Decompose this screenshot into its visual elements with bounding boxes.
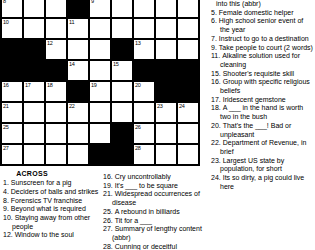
clue: 25. A rebound in billiards [103, 208, 211, 217]
cell-r1c5[interactable] [112, 19, 132, 38]
black-cell [178, 82, 198, 101]
crossword-board[interactable]: 8910111213141516171819202122232425262728 [0, 0, 200, 166]
clue-text: High school senior event of the year [219, 17, 303, 33]
clue-text: Tit for a ___ [115, 217, 152, 224]
clue-text: Its so dirty, a pig could live here [220, 174, 304, 190]
clue-text: Beyond what is required [11, 205, 86, 212]
cell-r2c8[interactable] [178, 40, 198, 59]
clue-number: 16. [103, 173, 113, 180]
clue-text: Alkaline solution used for cleaning [220, 52, 300, 68]
clue: 21. Widespread occurrences of disease [103, 190, 211, 207]
black-cell [68, 0, 88, 17]
cell-number: 18 [47, 82, 53, 88]
black-cell [156, 82, 176, 101]
clue-text: Forensics TV franchise [11, 197, 82, 204]
black-cell [2, 61, 22, 80]
clue: 9. Beyond what is required [3, 205, 102, 214]
clue: 9. Take people to court (2 words) [211, 44, 314, 53]
clue: 15. Shooter's requisite skill [211, 70, 314, 79]
clue-text: Female domestic helper [219, 9, 294, 16]
cell-number: 20 [135, 82, 141, 88]
clue: 28. Cunning or deceitful [103, 243, 211, 250]
cell-r7c8[interactable] [178, 145, 198, 164]
clue-text: Instruct to go to a destination [219, 35, 309, 42]
cell-r4c2[interactable]: 18 [46, 82, 66, 101]
cell-r7c0[interactable]: 27 [2, 145, 22, 164]
clue-number: 4. [3, 188, 9, 195]
cell-r6c8[interactable] [178, 124, 198, 143]
cell-r5c3[interactable]: 22 [68, 103, 88, 122]
clue-text: Summary of lengthy content (abbr) [112, 225, 202, 241]
cell-r1c3[interactable]: 11 [68, 19, 88, 38]
clue-number: 1. [3, 179, 9, 186]
clue-text: Deciders of balls and strikes [11, 188, 99, 195]
cell-r5c5[interactable] [112, 103, 132, 122]
clue-number: 28. [103, 243, 113, 250]
cell-number: 11 [69, 19, 74, 25]
cell-number: 8 [3, 0, 6, 4]
clue-number: 9. [3, 205, 9, 212]
clue-number: 20. [211, 122, 221, 129]
clue: 20. That's the ___! Bad or unpleasant [211, 122, 314, 139]
clue-text: Department of Revenue, in brief [220, 139, 306, 155]
black-cell [24, 61, 44, 80]
black-cell [112, 124, 132, 143]
cell-number: 15 [113, 61, 119, 67]
cell-r1c8[interactable] [178, 19, 198, 38]
clue-number: 9. [211, 44, 217, 51]
clue-text: That's the ___! Bad or unpleasant [220, 122, 291, 138]
clue-number: 8. [3, 197, 9, 204]
black-cell [112, 145, 132, 164]
clue: 18. A ___ in the hand is worth two in th… [211, 104, 314, 121]
cell-r0c6[interactable] [134, 0, 154, 17]
cell-number: 14 [69, 61, 75, 67]
cell-r5c7[interactable]: 23 [156, 103, 176, 122]
clue: 24. Its so dirty, a pig could live here [211, 174, 314, 191]
clue: 7. Instruct to go to a destination [211, 35, 314, 44]
black-cell [112, 40, 132, 59]
cell-r6c6[interactable]: 26 [134, 124, 154, 143]
clue: 27. Summary of lengthy content (abbr) [103, 225, 211, 242]
cell-r7c3[interactable] [68, 145, 88, 164]
clue: 12. Window to the soul [3, 231, 102, 240]
clue: 19. It's ___ to be square [103, 182, 211, 191]
clue-text: Take people to court (2 words) [219, 44, 313, 51]
cell-r1c7[interactable] [156, 19, 176, 38]
clue-text: into this (abbr) [216, 0, 261, 7]
cell-r6c7[interactable] [156, 124, 176, 143]
clue-text: Cry uncontrollably [115, 173, 171, 180]
across-clues-left-column: ACROSS 1. Sunscreen for a pig4. Deciders… [3, 170, 102, 240]
cell-r2c7[interactable] [156, 40, 176, 59]
cell-r4c5[interactable] [112, 82, 132, 101]
cell-r6c1[interactable] [24, 124, 44, 143]
clue-number: 5. [211, 9, 217, 16]
clue-number: 11. [211, 52, 220, 59]
black-cell [178, 61, 198, 80]
cell-r1c6[interactable] [134, 19, 154, 38]
clue: 22. Department of Revenue, in brief [211, 139, 314, 156]
cell-number: 13 [135, 40, 141, 46]
clue: 16. Cry uncontrollably [103, 173, 211, 182]
cell-number: 27 [3, 145, 9, 151]
clue-number: 6. [211, 17, 217, 24]
clue-text: It's ___ to be square [115, 182, 178, 189]
clue: 26. Tit for a ___ [103, 217, 211, 226]
clue-text: A ___ in the hand is worth two in the bu… [220, 104, 303, 120]
clue: 6. High school senior event of the year [211, 17, 314, 34]
clue-number: 22. [211, 139, 221, 146]
cell-r6c4[interactable] [90, 124, 110, 143]
clue: 17. Iridescent gemstone [211, 96, 314, 105]
cell-number: 26 [135, 124, 141, 130]
clue: 16. Group with specific religious belief… [211, 78, 314, 95]
cell-number: 16 [3, 82, 9, 88]
cell-number: 10 [3, 19, 9, 25]
clue-number: 23. [211, 157, 221, 164]
clue-text: Iridescent gemstone [223, 96, 286, 103]
clue: 4. Deciders of balls and strikes [3, 188, 102, 197]
cell-r7c6[interactable]: 28 [134, 145, 154, 164]
cell-r0c0[interactable]: 8 [2, 0, 22, 17]
cell-r2c6[interactable]: 13 [134, 40, 154, 59]
cell-number: 21 [3, 103, 9, 109]
cell-r6c2[interactable] [46, 124, 66, 143]
cell-r4c6[interactable]: 20 [134, 82, 154, 101]
black-cell [68, 82, 88, 101]
across-header: ACROSS [3, 170, 61, 179]
clue-number: 10. [3, 214, 13, 221]
cell-r5c1[interactable] [24, 103, 44, 122]
cell-r7c2[interactable] [46, 145, 66, 164]
cell-r5c2[interactable] [46, 103, 66, 122]
black-cell [24, 40, 44, 59]
clue-number: 25. [103, 208, 113, 215]
clue-number: 12. [3, 231, 13, 238]
cell-number: 9 [91, 0, 94, 4]
cell-r4c0[interactable]: 16 [2, 82, 22, 101]
cell-r2c3[interactable] [68, 40, 88, 59]
clue-number: 18. [211, 104, 221, 111]
clue: into this (abbr) [211, 0, 314, 9]
down-clues-right-column: into this (abbr)5. Female domestic helpe… [211, 0, 314, 191]
cell-number: 24 [179, 103, 185, 109]
cell-r5c0[interactable]: 21 [2, 103, 22, 122]
cell-r3c5[interactable]: 15 [112, 61, 132, 80]
clue-text: Cunning or deceitful [115, 243, 177, 250]
black-cell [46, 61, 66, 80]
clue-number: 27. [103, 225, 113, 232]
cell-r0c8[interactable] [178, 0, 198, 17]
cell-r1c1[interactable] [24, 19, 44, 38]
clue-number: 7. [211, 35, 217, 42]
black-cell [134, 61, 154, 80]
clue-number: 26. [103, 217, 113, 224]
clue-text: Window to the soul [15, 231, 74, 238]
clue: 8. Forensics TV franchise [3, 197, 102, 206]
cell-r0c5[interactable] [112, 0, 132, 17]
cell-r5c8[interactable]: 24 [178, 103, 198, 122]
cell-r4c4[interactable]: 19 [90, 82, 110, 101]
cell-r6c3[interactable] [68, 124, 88, 143]
clue: 1. Sunscreen for a pig [3, 179, 102, 188]
cell-r3c4[interactable] [90, 61, 110, 80]
cell-r0c7[interactable] [156, 0, 176, 17]
clue-number: 19. [103, 182, 113, 189]
clue-text: Group with specific religious beliefs [220, 78, 310, 94]
cell-number: 25 [3, 124, 9, 130]
black-cell [2, 40, 22, 59]
clue-text: Widespread occurrences of disease [112, 190, 200, 206]
black-cell [90, 145, 110, 164]
cell-r0c4[interactable]: 9 [90, 0, 110, 17]
clue-text: Largest US state by population, for shor… [220, 157, 284, 173]
cell-r5c4[interactable] [90, 103, 110, 122]
cell-r2c4[interactable] [90, 40, 110, 59]
cell-number: 19 [91, 82, 97, 88]
clue: 23. Largest US state by population, for … [211, 157, 314, 174]
clue-text: Sunscreen for a pig [11, 179, 72, 186]
clue-text: Staying away from other people [12, 214, 90, 230]
crossword-page: 8910111213141516171819202122232425262728… [0, 0, 315, 250]
cell-r4c1[interactable]: 17 [24, 82, 44, 101]
cell-number: 22 [69, 103, 75, 109]
cell-r7c1[interactable] [24, 145, 44, 164]
cell-r1c0[interactable]: 10 [2, 19, 22, 38]
cell-r6c0[interactable]: 25 [2, 124, 22, 143]
clue-number: 24. [211, 174, 221, 181]
cell-r5c6[interactable] [134, 103, 154, 122]
cell-r0c2[interactable] [46, 0, 66, 17]
cell-number: 28 [135, 145, 141, 151]
black-cell [156, 61, 176, 80]
across-clues-middle-column: 16. Cry uncontrollably19. It's ___ to be… [103, 173, 211, 250]
clue-number: 16. [211, 78, 221, 85]
clue-text: A rebound in billiards [115, 208, 180, 215]
cell-number: 23 [157, 103, 163, 109]
clue: 10. Staying away from other people [3, 214, 102, 231]
clue: 5. Female domestic helper [211, 9, 314, 18]
cell-r0c1[interactable] [24, 0, 44, 17]
cell-r1c2[interactable] [46, 19, 66, 38]
clue: 11. Alkaline solution used for cleaning [211, 52, 314, 69]
cell-r7c7[interactable] [156, 145, 176, 164]
cell-number: 12 [47, 40, 53, 46]
clue-number: 17. [211, 96, 221, 103]
clue-number: 21. [103, 190, 113, 197]
cell-number: 17 [25, 82, 31, 88]
cell-r1c4[interactable] [90, 19, 110, 38]
clue-text: Shooter's requisite skill [223, 70, 294, 77]
clue-number: 15. [211, 70, 221, 77]
cell-r3c3[interactable]: 14 [68, 61, 88, 80]
cell-r2c2[interactable]: 12 [46, 40, 66, 59]
